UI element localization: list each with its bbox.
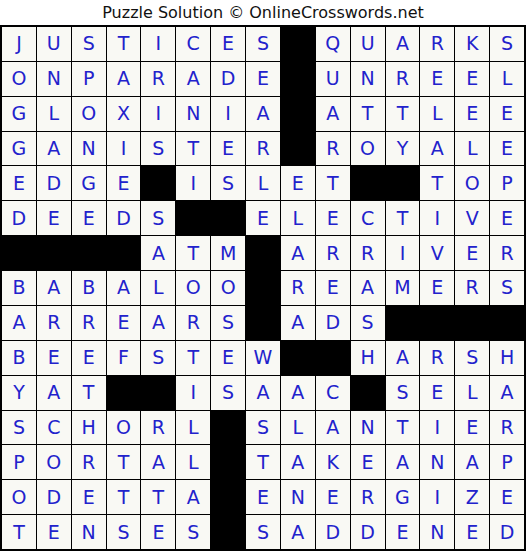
black-cell bbox=[351, 376, 385, 410]
letter-cell: I bbox=[107, 132, 141, 166]
letter-cell: P bbox=[490, 445, 524, 479]
letter-cell: R bbox=[351, 236, 385, 270]
letter-cell: X bbox=[107, 97, 141, 131]
letter-cell: G bbox=[2, 97, 36, 131]
letter-cell: T bbox=[141, 480, 175, 514]
letter-cell: D bbox=[107, 201, 141, 235]
letter-cell: G bbox=[72, 166, 106, 200]
letter-cell: R bbox=[281, 271, 315, 305]
letter-cell: L bbox=[246, 166, 280, 200]
letter-cell: E bbox=[420, 62, 454, 96]
letter-cell: I bbox=[420, 201, 454, 235]
letter-cell: U bbox=[351, 27, 385, 61]
letter-cell: T bbox=[107, 445, 141, 479]
letter-cell: E bbox=[490, 132, 524, 166]
letter-cell: H bbox=[72, 411, 106, 445]
letter-cell: S bbox=[176, 515, 210, 549]
letter-cell: S bbox=[141, 341, 175, 375]
letter-cell: I bbox=[420, 480, 454, 514]
letter-cell: T bbox=[351, 97, 385, 131]
letter-cell: E bbox=[211, 27, 245, 61]
letter-cell: I bbox=[176, 166, 210, 200]
letter-cell: L bbox=[420, 97, 454, 131]
letter-cell: L bbox=[281, 201, 315, 235]
letter-cell: E bbox=[246, 480, 280, 514]
black-cell bbox=[246, 271, 280, 305]
letter-cell: S bbox=[246, 515, 280, 549]
letter-cell: A bbox=[107, 62, 141, 96]
black-cell bbox=[281, 27, 315, 61]
letter-cell: R bbox=[455, 271, 489, 305]
letter-cell: A bbox=[316, 97, 350, 131]
black-cell bbox=[351, 166, 385, 200]
black-cell bbox=[107, 236, 141, 270]
letter-cell: R bbox=[316, 132, 350, 166]
letter-cell: T bbox=[176, 132, 210, 166]
letter-cell: E bbox=[141, 515, 175, 549]
letter-cell: E bbox=[72, 480, 106, 514]
letter-cell: Q bbox=[316, 27, 350, 61]
letter-cell: A bbox=[386, 445, 420, 479]
letter-cell: S bbox=[211, 306, 245, 340]
letter-cell: B bbox=[2, 271, 36, 305]
letter-cell: A bbox=[281, 376, 315, 410]
letter-cell: Y bbox=[2, 376, 36, 410]
letter-cell: Y bbox=[386, 132, 420, 166]
black-cell bbox=[281, 97, 315, 131]
black-cell bbox=[455, 306, 489, 340]
letter-cell: A bbox=[351, 271, 385, 305]
letter-cell: L bbox=[490, 62, 524, 96]
letter-cell: P bbox=[72, 62, 106, 96]
letter-cell: I bbox=[141, 27, 175, 61]
letter-cell: A bbox=[490, 376, 524, 410]
letter-cell: A bbox=[2, 306, 36, 340]
letter-cell: L bbox=[455, 376, 489, 410]
letter-cell: R bbox=[246, 132, 280, 166]
letter-cell: G bbox=[2, 132, 36, 166]
letter-cell: O bbox=[455, 166, 489, 200]
letter-cell: I bbox=[211, 97, 245, 131]
letter-cell: E bbox=[455, 236, 489, 270]
letter-cell: A bbox=[37, 376, 71, 410]
letter-cell: B bbox=[72, 271, 106, 305]
letter-cell: E bbox=[420, 271, 454, 305]
letter-cell: D bbox=[316, 306, 350, 340]
letter-cell: L bbox=[281, 411, 315, 445]
letter-cell: N bbox=[37, 62, 71, 96]
black-cell bbox=[141, 166, 175, 200]
letter-cell: A bbox=[281, 306, 315, 340]
letter-cell: A bbox=[176, 62, 210, 96]
letter-cell: E bbox=[490, 480, 524, 514]
letter-cell: A bbox=[386, 341, 420, 375]
letter-cell: J bbox=[2, 27, 36, 61]
letter-cell: L bbox=[176, 411, 210, 445]
letter-cell: U bbox=[37, 27, 71, 61]
black-cell bbox=[107, 376, 141, 410]
letter-cell: D bbox=[351, 515, 385, 549]
letter-cell: I bbox=[176, 376, 210, 410]
letter-cell: E bbox=[455, 515, 489, 549]
letter-cell: R bbox=[141, 62, 175, 96]
letter-cell: P bbox=[2, 445, 36, 479]
letter-cell: R bbox=[420, 341, 454, 375]
letter-cell: C bbox=[351, 201, 385, 235]
letter-cell: E bbox=[316, 271, 350, 305]
letter-cell: K bbox=[316, 445, 350, 479]
letter-cell: T bbox=[176, 341, 210, 375]
letter-cell: A bbox=[246, 376, 280, 410]
letter-cell: A bbox=[316, 411, 350, 445]
letter-cell: S bbox=[211, 166, 245, 200]
letter-cell: E bbox=[386, 515, 420, 549]
letter-cell: O bbox=[37, 445, 71, 479]
letter-cell: M bbox=[386, 271, 420, 305]
letter-cell: A bbox=[281, 445, 315, 479]
black-cell bbox=[246, 236, 280, 270]
letter-cell: I bbox=[141, 97, 175, 131]
letter-cell: T bbox=[246, 445, 280, 479]
letter-cell: R bbox=[490, 236, 524, 270]
black-cell bbox=[176, 201, 210, 235]
letter-cell: R bbox=[316, 236, 350, 270]
letter-cell: T bbox=[386, 97, 420, 131]
letter-cell: R bbox=[72, 445, 106, 479]
letter-cell: D bbox=[316, 515, 350, 549]
black-cell bbox=[386, 166, 420, 200]
crossword-grid: JUSTICESQUARKSONPARADEUNREELGLOXINIAATTL… bbox=[0, 25, 526, 551]
letter-cell: T bbox=[107, 27, 141, 61]
letter-cell: E bbox=[490, 97, 524, 131]
letter-cell: O bbox=[351, 132, 385, 166]
letter-cell: E bbox=[107, 166, 141, 200]
letter-cell: D bbox=[2, 201, 36, 235]
letter-cell: L bbox=[141, 271, 175, 305]
black-cell bbox=[211, 515, 245, 549]
black-cell bbox=[211, 201, 245, 235]
letter-cell: S bbox=[2, 411, 36, 445]
letter-cell: E bbox=[281, 166, 315, 200]
letter-cell: R bbox=[37, 306, 71, 340]
letter-cell: A bbox=[141, 306, 175, 340]
letter-cell: E bbox=[72, 201, 106, 235]
letter-cell: R bbox=[420, 27, 454, 61]
puzzle-solution-page: Puzzle Solution © OnlineCrosswords.net J… bbox=[0, 0, 526, 551]
letter-cell: S bbox=[351, 306, 385, 340]
letter-cell: N bbox=[351, 62, 385, 96]
letter-cell: A bbox=[37, 271, 71, 305]
letter-cell: E bbox=[72, 341, 106, 375]
letter-cell: E bbox=[246, 201, 280, 235]
letter-cell: I bbox=[386, 236, 420, 270]
letter-cell: E bbox=[351, 445, 385, 479]
letter-cell: S bbox=[107, 515, 141, 549]
letter-cell: M bbox=[211, 236, 245, 270]
letter-cell: S bbox=[141, 132, 175, 166]
letter-cell: A bbox=[141, 445, 175, 479]
letter-cell: C bbox=[316, 376, 350, 410]
letter-cell: V bbox=[420, 236, 454, 270]
letter-cell: G bbox=[386, 480, 420, 514]
letter-cell: E bbox=[316, 480, 350, 514]
letter-cell: E bbox=[37, 515, 71, 549]
letter-cell: S bbox=[246, 27, 280, 61]
letter-cell: A bbox=[281, 515, 315, 549]
letter-cell: C bbox=[176, 27, 210, 61]
letter-cell: E bbox=[490, 201, 524, 235]
letter-cell: O bbox=[211, 271, 245, 305]
black-cell bbox=[211, 480, 245, 514]
letter-cell: F bbox=[107, 341, 141, 375]
letter-cell: K bbox=[455, 27, 489, 61]
black-cell bbox=[281, 341, 315, 375]
letter-cell: E bbox=[2, 166, 36, 200]
letter-cell: C bbox=[37, 411, 71, 445]
letter-cell: N bbox=[281, 480, 315, 514]
black-cell bbox=[211, 445, 245, 479]
black-cell bbox=[281, 62, 315, 96]
letter-cell: A bbox=[455, 445, 489, 479]
letter-cell: A bbox=[107, 271, 141, 305]
letter-cell: S bbox=[211, 376, 245, 410]
letter-cell: T bbox=[386, 411, 420, 445]
letter-cell: A bbox=[386, 27, 420, 61]
letter-cell: E bbox=[211, 132, 245, 166]
letter-cell: Z bbox=[455, 480, 489, 514]
letter-cell: P bbox=[490, 166, 524, 200]
letter-cell: T bbox=[72, 376, 106, 410]
letter-cell: S bbox=[141, 201, 175, 235]
letter-cell: T bbox=[386, 201, 420, 235]
letter-cell: A bbox=[141, 236, 175, 270]
letter-cell: S bbox=[386, 376, 420, 410]
letter-cell: O bbox=[176, 271, 210, 305]
letter-cell: E bbox=[37, 201, 71, 235]
letter-cell: U bbox=[316, 62, 350, 96]
letter-cell: I bbox=[420, 411, 454, 445]
letter-cell: L bbox=[37, 97, 71, 131]
letter-cell: T bbox=[316, 166, 350, 200]
letter-cell: A bbox=[176, 480, 210, 514]
letter-cell: L bbox=[455, 132, 489, 166]
letter-cell: N bbox=[351, 411, 385, 445]
black-cell bbox=[281, 132, 315, 166]
letter-cell: V bbox=[455, 201, 489, 235]
letter-cell: S bbox=[490, 27, 524, 61]
letter-cell: E bbox=[316, 201, 350, 235]
black-cell bbox=[420, 306, 454, 340]
black-cell bbox=[72, 236, 106, 270]
letter-cell: D bbox=[37, 166, 71, 200]
letter-cell: R bbox=[490, 411, 524, 445]
letter-cell: R bbox=[141, 411, 175, 445]
letter-cell: T bbox=[107, 480, 141, 514]
letter-cell: D bbox=[490, 515, 524, 549]
black-cell bbox=[37, 236, 71, 270]
letter-cell: T bbox=[176, 236, 210, 270]
letter-cell: A bbox=[37, 132, 71, 166]
black-cell bbox=[490, 306, 524, 340]
letter-cell: E bbox=[107, 306, 141, 340]
letter-cell: S bbox=[246, 411, 280, 445]
black-cell bbox=[211, 411, 245, 445]
letter-cell: O bbox=[72, 97, 106, 131]
black-cell bbox=[141, 376, 175, 410]
letter-cell: T bbox=[420, 166, 454, 200]
letter-cell: H bbox=[490, 341, 524, 375]
letter-cell: A bbox=[420, 132, 454, 166]
letter-cell: R bbox=[72, 306, 106, 340]
letter-cell: S bbox=[455, 341, 489, 375]
letter-cell: O bbox=[107, 411, 141, 445]
black-cell bbox=[386, 306, 420, 340]
letter-cell: E bbox=[246, 62, 280, 96]
letter-cell: H bbox=[351, 341, 385, 375]
letter-cell: D bbox=[37, 480, 71, 514]
letter-cell: A bbox=[281, 236, 315, 270]
letter-cell: E bbox=[420, 376, 454, 410]
letter-cell: N bbox=[72, 132, 106, 166]
letter-cell: N bbox=[420, 515, 454, 549]
letter-cell: R bbox=[386, 62, 420, 96]
letter-cell: O bbox=[2, 480, 36, 514]
letter-cell: L bbox=[176, 445, 210, 479]
black-cell bbox=[2, 236, 36, 270]
letter-cell: N bbox=[72, 515, 106, 549]
letter-cell: T bbox=[2, 515, 36, 549]
black-cell bbox=[246, 306, 280, 340]
black-cell bbox=[316, 341, 350, 375]
letter-cell: N bbox=[420, 445, 454, 479]
letter-cell: S bbox=[490, 271, 524, 305]
letter-cell: W bbox=[246, 341, 280, 375]
letter-cell: S bbox=[72, 27, 106, 61]
letter-cell: E bbox=[455, 411, 489, 445]
letter-cell: B bbox=[2, 341, 36, 375]
letter-cell: E bbox=[455, 97, 489, 131]
letter-cell: E bbox=[37, 341, 71, 375]
page-title: Puzzle Solution © OnlineCrosswords.net bbox=[0, 0, 526, 25]
letter-cell: E bbox=[211, 341, 245, 375]
letter-cell: N bbox=[176, 97, 210, 131]
letter-cell: R bbox=[176, 306, 210, 340]
letter-cell: E bbox=[455, 62, 489, 96]
letter-cell: R bbox=[351, 480, 385, 514]
letter-cell: O bbox=[2, 62, 36, 96]
letter-cell: A bbox=[246, 97, 280, 131]
letter-cell: D bbox=[211, 62, 245, 96]
